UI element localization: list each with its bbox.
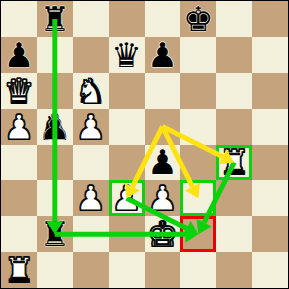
chess-board: ♜♚♟♛♟♟♛♟♞♟♟♟♞♟♟♟♜♟♟♟♜♟♚♜: [0, 0, 289, 289]
arrow-b8-b2: [46, 19, 63, 234]
arrow-e5-d3: [125, 127, 163, 199]
arrow-overlay: [1, 1, 288, 288]
arrow-b2-f2: [55, 226, 199, 243]
arrow-g4-f2: [197, 162, 235, 234]
arrow-d3-f2: [127, 198, 199, 236]
